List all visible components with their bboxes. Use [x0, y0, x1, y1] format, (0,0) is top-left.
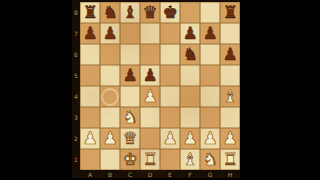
- square-a8[interactable]: ♜: [80, 2, 100, 23]
- black-bishop-piece[interactable]: ♝: [122, 4, 137, 21]
- square-b8[interactable]: ♞: [100, 2, 120, 23]
- square-b3[interactable]: [100, 107, 120, 128]
- white-knight-piece[interactable]: ♞: [122, 109, 137, 126]
- file-label-c: C: [120, 170, 140, 178]
- file-label-f: F: [180, 170, 200, 178]
- square-c5[interactable]: ♟: [120, 65, 140, 86]
- square-b1[interactable]: [100, 149, 120, 170]
- rank-label-6: 6: [72, 44, 80, 65]
- square-g8[interactable]: [200, 2, 220, 23]
- white-bishop-piece[interactable]: ♝: [222, 88, 237, 105]
- square-c3[interactable]: ♞: [120, 107, 140, 128]
- rank-label-5: 5: [72, 65, 80, 86]
- rank-labels: 87654321: [72, 2, 80, 170]
- black-pawn-piece[interactable]: ♟: [102, 25, 117, 42]
- square-b2[interactable]: ♟: [100, 128, 120, 149]
- square-b6[interactable]: [100, 44, 120, 65]
- square-b4[interactable]: [100, 86, 120, 107]
- black-pawn-piece[interactable]: ♟: [182, 25, 197, 42]
- white-rook-piece[interactable]: ♜: [222, 151, 237, 168]
- black-pawn-piece[interactable]: ♟: [82, 25, 97, 42]
- square-h3[interactable]: [220, 107, 240, 128]
- square-e3[interactable]: [160, 107, 180, 128]
- square-h6[interactable]: ♟: [220, 44, 240, 65]
- square-c8[interactable]: ♝: [120, 2, 140, 23]
- square-g6[interactable]: [200, 44, 220, 65]
- file-label-h: H: [220, 170, 240, 178]
- square-f5[interactable]: [180, 65, 200, 86]
- rank-label-2: 2: [72, 128, 80, 149]
- file-labels: ABCDEFGH: [80, 170, 240, 178]
- square-e6[interactable]: [160, 44, 180, 65]
- white-king-piece[interactable]: ♚: [122, 151, 137, 168]
- rank-label-3: 3: [72, 107, 80, 128]
- square-g5[interactable]: [200, 65, 220, 86]
- white-pawn-piece[interactable]: ♟: [142, 88, 157, 105]
- file-label-d: D: [140, 170, 160, 178]
- square-c4[interactable]: [120, 86, 140, 107]
- white-pawn-piece[interactable]: ♟: [82, 130, 97, 147]
- square-a1[interactable]: [80, 149, 100, 170]
- square-f3[interactable]: [180, 107, 200, 128]
- black-knight-piece[interactable]: ♞: [182, 46, 197, 63]
- square-f1[interactable]: ♝: [180, 149, 200, 170]
- black-queen-piece[interactable]: ♛: [142, 4, 157, 21]
- black-rook-piece[interactable]: ♜: [82, 4, 97, 21]
- square-f7[interactable]: ♟: [180, 23, 200, 44]
- square-h7[interactable]: [220, 23, 240, 44]
- square-g7[interactable]: ♟: [200, 23, 220, 44]
- rank-label-7: 7: [72, 23, 80, 44]
- rank-label-1: 1: [72, 149, 80, 170]
- board-grid[interactable]: ♜♞♝♛♚♜♟♟♟♟♞♟♟♟♟♝♞♟♟♛♟♟♟♟♚♜♝♞♜: [80, 2, 240, 170]
- rank-label-8: 8: [72, 2, 80, 23]
- file-label-b: B: [100, 170, 120, 178]
- white-pawn-piece[interactable]: ♟: [222, 130, 237, 147]
- file-label-a: A: [80, 170, 100, 178]
- square-d3[interactable]: [140, 107, 160, 128]
- square-e1[interactable]: [160, 149, 180, 170]
- white-pawn-piece[interactable]: ♟: [202, 130, 217, 147]
- square-h2[interactable]: ♟: [220, 128, 240, 149]
- square-a6[interactable]: [80, 44, 100, 65]
- black-pawn-piece[interactable]: ♟: [222, 46, 237, 63]
- file-label-g: G: [200, 170, 220, 178]
- black-knight-piece[interactable]: ♞: [102, 4, 117, 21]
- white-pawn-piece[interactable]: ♟: [102, 130, 117, 147]
- square-g3[interactable]: [200, 107, 220, 128]
- square-e2[interactable]: ♟: [160, 128, 180, 149]
- square-c7[interactable]: [120, 23, 140, 44]
- black-pawn-piece[interactable]: ♟: [122, 67, 137, 84]
- square-d8[interactable]: ♛: [140, 2, 160, 23]
- square-h8[interactable]: ♜: [220, 2, 240, 23]
- white-pawn-piece[interactable]: ♟: [162, 130, 177, 147]
- square-g1[interactable]: ♞: [200, 149, 220, 170]
- square-g2[interactable]: ♟: [200, 128, 220, 149]
- white-queen-piece[interactable]: ♛: [122, 130, 137, 147]
- chess-board-frame: 87654321 ♜♞♝♛♚♜♟♟♟♟♞♟♟♟♟♝♞♟♟♛♟♟♟♟♚♜♝♞♜ A…: [72, 0, 240, 178]
- square-d1[interactable]: ♜: [140, 149, 160, 170]
- file-label-e: E: [160, 170, 180, 178]
- square-g4[interactable]: [200, 86, 220, 107]
- square-d5[interactable]: ♟: [140, 65, 160, 86]
- square-f6[interactable]: ♞: [180, 44, 200, 65]
- square-d7[interactable]: [140, 23, 160, 44]
- square-e7[interactable]: [160, 23, 180, 44]
- white-knight-piece[interactable]: ♞: [202, 151, 217, 168]
- square-a5[interactable]: [80, 65, 100, 86]
- square-f4[interactable]: [180, 86, 200, 107]
- square-e8[interactable]: ♚: [160, 2, 180, 23]
- square-e5[interactable]: [160, 65, 180, 86]
- move-highlight-ring: [101, 88, 119, 106]
- square-h4[interactable]: ♝: [220, 86, 240, 107]
- square-b5[interactable]: [100, 65, 120, 86]
- square-a4[interactable]: [80, 86, 100, 107]
- white-bishop-piece[interactable]: ♝: [182, 151, 197, 168]
- square-b7[interactable]: ♟: [100, 23, 120, 44]
- white-pawn-piece[interactable]: ♟: [182, 130, 197, 147]
- black-king-piece[interactable]: ♚: [162, 4, 177, 21]
- white-rook-piece[interactable]: ♜: [142, 151, 157, 168]
- square-d4[interactable]: ♟: [140, 86, 160, 107]
- square-a2[interactable]: ♟: [80, 128, 100, 149]
- black-pawn-piece[interactable]: ♟: [142, 67, 157, 84]
- square-c2[interactable]: ♛: [120, 128, 140, 149]
- square-f8[interactable]: [180, 2, 200, 23]
- rank-label-4: 4: [72, 86, 80, 107]
- square-h1[interactable]: ♜: [220, 149, 240, 170]
- square-f2[interactable]: ♟: [180, 128, 200, 149]
- square-a7[interactable]: ♟: [80, 23, 100, 44]
- square-a3[interactable]: [80, 107, 100, 128]
- square-c1[interactable]: ♚: [120, 149, 140, 170]
- square-d2[interactable]: [140, 128, 160, 149]
- square-c6[interactable]: [120, 44, 140, 65]
- square-e4[interactable]: [160, 86, 180, 107]
- black-pawn-piece[interactable]: ♟: [202, 25, 217, 42]
- square-d6[interactable]: [140, 44, 160, 65]
- black-rook-piece[interactable]: ♜: [222, 4, 237, 21]
- square-h5[interactable]: [220, 65, 240, 86]
